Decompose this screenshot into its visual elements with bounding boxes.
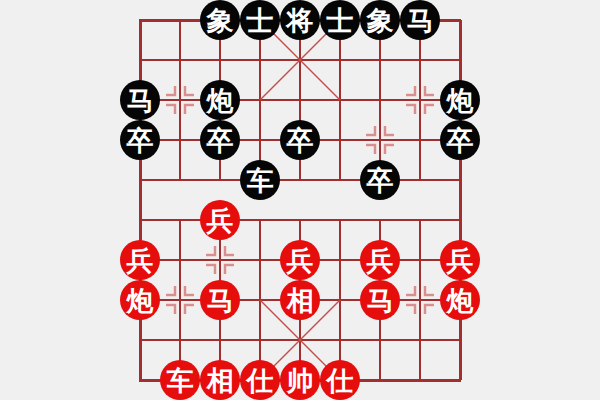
piece-red-soldier[interactable]: 兵	[280, 240, 320, 280]
piece-black-cannon[interactable]: 炮	[200, 80, 240, 120]
piece-black-advisor[interactable]: 士	[320, 0, 360, 40]
piece-black-horse[interactable]: 马	[400, 0, 440, 40]
piece-red-soldier[interactable]: 兵	[200, 200, 240, 240]
piece-red-general[interactable]: 帅	[280, 360, 320, 400]
piece-black-soldier[interactable]: 卒	[360, 160, 400, 200]
xiangqi-board[interactable]: 象士将士象马马炮炮卒卒卒卒车卒兵兵兵兵兵炮马相马炮车相仕帅仕	[0, 0, 600, 400]
piece-black-horse[interactable]: 马	[120, 80, 160, 120]
piece-red-elephant[interactable]: 相	[200, 360, 240, 400]
piece-black-chariot[interactable]: 车	[240, 160, 280, 200]
piece-black-soldier[interactable]: 卒	[120, 120, 160, 160]
piece-red-cannon[interactable]: 炮	[120, 280, 160, 320]
piece-red-advisor[interactable]: 仕	[320, 360, 360, 400]
piece-black-soldier[interactable]: 卒	[200, 120, 240, 160]
piece-black-elephant[interactable]: 象	[200, 0, 240, 40]
piece-black-soldier[interactable]: 卒	[280, 120, 320, 160]
piece-red-horse[interactable]: 马	[200, 280, 240, 320]
piece-red-horse[interactable]: 马	[360, 280, 400, 320]
piece-red-soldier[interactable]: 兵	[120, 240, 160, 280]
piece-black-cannon[interactable]: 炮	[440, 80, 480, 120]
piece-red-chariot[interactable]: 车	[160, 360, 200, 400]
piece-black-soldier[interactable]: 卒	[440, 120, 480, 160]
piece-red-soldier[interactable]: 兵	[440, 240, 480, 280]
piece-black-general[interactable]: 将	[280, 0, 320, 40]
piece-red-cannon[interactable]: 炮	[440, 280, 480, 320]
piece-red-soldier[interactable]: 兵	[360, 240, 400, 280]
pieces-layer: 象士将士象马马炮炮卒卒卒卒车卒兵兵兵兵兵炮马相马炮车相仕帅仕	[0, 0, 600, 400]
piece-black-elephant[interactable]: 象	[360, 0, 400, 40]
piece-red-advisor[interactable]: 仕	[240, 360, 280, 400]
piece-black-advisor[interactable]: 士	[240, 0, 280, 40]
piece-red-elephant[interactable]: 相	[280, 280, 320, 320]
